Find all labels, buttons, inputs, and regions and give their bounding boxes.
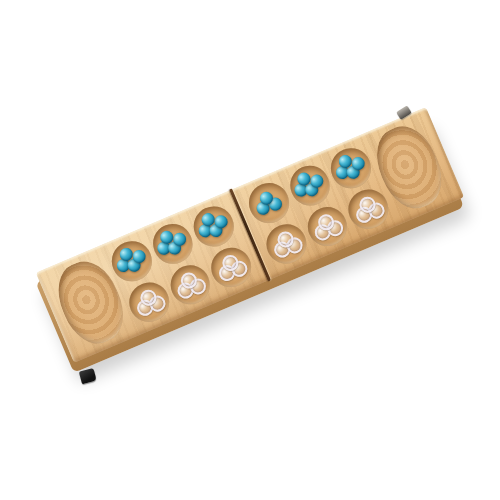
- pit-bottom-6[interactable]: [342, 183, 394, 235]
- pit-bottom-1[interactable]: [123, 276, 175, 328]
- pit-bottom-5[interactable]: [301, 200, 353, 252]
- pit-top-4[interactable]: [243, 177, 295, 229]
- fold-latch-icon[interactable]: [79, 368, 97, 384]
- pit-bottom-2[interactable]: [164, 259, 216, 311]
- pit-top-2[interactable]: [147, 218, 199, 270]
- pit-top-3[interactable]: [188, 200, 240, 252]
- pit-top-1[interactable]: [106, 235, 158, 287]
- pit-bottom-4[interactable]: [260, 218, 312, 270]
- mancala-board: [36, 107, 465, 363]
- pit-top-6[interactable]: [325, 142, 377, 194]
- pit-bottom-3[interactable]: [205, 241, 257, 293]
- product-photo-white-background: [0, 0, 500, 500]
- pit-top-5[interactable]: [284, 159, 336, 211]
